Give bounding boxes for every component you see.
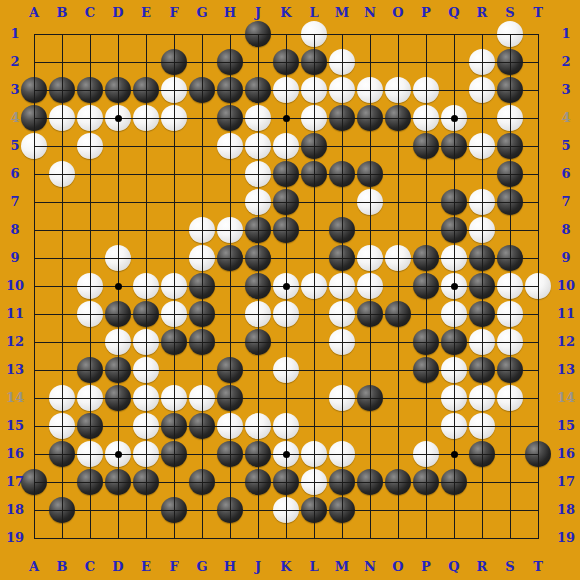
row-label-left: 10 <box>2 278 28 294</box>
row-label-left: 11 <box>2 306 28 322</box>
grid-line <box>538 34 539 539</box>
col-label-top: S <box>496 5 524 21</box>
row-label-left: 6 <box>2 166 28 182</box>
row-label-right: 1 <box>553 26 579 42</box>
col-label-top: B <box>48 5 76 21</box>
grid-line <box>482 34 483 539</box>
col-label-bottom: L <box>300 559 328 575</box>
star-point <box>115 283 122 290</box>
row-label-right: 15 <box>553 418 579 434</box>
star-point <box>283 283 290 290</box>
col-label-top: M <box>328 5 356 21</box>
col-label-top: J <box>244 5 272 21</box>
star-point <box>451 283 458 290</box>
row-label-right: 13 <box>553 362 579 378</box>
row-label-left: 8 <box>2 222 28 238</box>
col-label-bottom: R <box>468 559 496 575</box>
star-point <box>451 451 458 458</box>
row-label-right: 4 <box>553 110 579 126</box>
grid-line <box>34 370 539 371</box>
row-label-left: 3 <box>2 82 28 98</box>
col-label-bottom: E <box>132 559 160 575</box>
col-label-bottom: P <box>412 559 440 575</box>
star-point <box>283 115 290 122</box>
col-label-top: Q <box>440 5 468 21</box>
grid-line <box>370 34 371 539</box>
grid-line <box>34 314 539 315</box>
grid-line <box>34 538 539 539</box>
col-label-top: K <box>272 5 300 21</box>
col-label-bottom: H <box>216 559 244 575</box>
col-label-top: F <box>160 5 188 21</box>
row-label-right: 6 <box>553 166 579 182</box>
col-label-bottom: B <box>48 559 76 575</box>
row-label-right: 2 <box>553 54 579 70</box>
grid-line <box>398 34 399 539</box>
row-label-left: 19 <box>2 530 28 546</box>
col-label-top: O <box>384 5 412 21</box>
row-label-right: 16 <box>553 446 579 462</box>
col-label-bottom: A <box>20 559 48 575</box>
star-point <box>283 451 290 458</box>
col-label-top: C <box>76 5 104 21</box>
col-label-top: L <box>300 5 328 21</box>
col-label-top: D <box>104 5 132 21</box>
row-label-right: 18 <box>553 502 579 518</box>
row-label-right: 12 <box>553 334 579 350</box>
col-label-bottom: S <box>496 559 524 575</box>
col-label-top: R <box>468 5 496 21</box>
row-label-left: 12 <box>2 334 28 350</box>
grid-line <box>510 34 511 539</box>
row-label-right: 10 <box>553 278 579 294</box>
grid-line <box>426 34 427 539</box>
row-label-left: 1 <box>2 26 28 42</box>
row-label-left: 14 <box>2 390 28 406</box>
col-label-top: H <box>216 5 244 21</box>
row-label-left: 7 <box>2 194 28 210</box>
row-label-right: 5 <box>553 138 579 154</box>
row-label-left: 18 <box>2 502 28 518</box>
row-label-right: 7 <box>553 194 579 210</box>
col-label-bottom: O <box>384 559 412 575</box>
col-label-top: E <box>132 5 160 21</box>
grid-line <box>34 398 539 399</box>
grid-line <box>342 34 343 539</box>
grid-line <box>34 482 539 483</box>
col-label-bottom: G <box>188 559 216 575</box>
row-label-left: 2 <box>2 54 28 70</box>
row-label-left: 5 <box>2 138 28 154</box>
col-label-bottom: M <box>328 559 356 575</box>
col-label-bottom: K <box>272 559 300 575</box>
grid-line <box>34 510 539 511</box>
grid-line <box>314 34 315 539</box>
row-label-right: 8 <box>553 222 579 238</box>
row-label-left: 15 <box>2 418 28 434</box>
row-label-right: 17 <box>553 474 579 490</box>
row-label-left: 17 <box>2 474 28 490</box>
col-label-bottom: Q <box>440 559 468 575</box>
grid-line <box>34 426 539 427</box>
row-label-right: 14 <box>553 390 579 406</box>
grid-line <box>34 342 539 343</box>
row-label-left: 16 <box>2 446 28 462</box>
go-board-screenshot: AABBCCDDEEFFGGHHJJKKLLMMNNOOPPQQRRSSTT11… <box>0 0 580 580</box>
col-label-bottom: D <box>104 559 132 575</box>
star-point <box>115 451 122 458</box>
row-label-right: 3 <box>553 82 579 98</box>
row-label-left: 9 <box>2 250 28 266</box>
col-label-top: T <box>524 5 552 21</box>
row-label-right: 11 <box>553 306 579 322</box>
row-label-right: 19 <box>553 530 579 546</box>
col-label-top: G <box>188 5 216 21</box>
col-label-bottom: C <box>76 559 104 575</box>
row-label-right: 9 <box>553 250 579 266</box>
col-label-bottom: J <box>244 559 272 575</box>
col-label-top: A <box>20 5 48 21</box>
col-label-top: P <box>412 5 440 21</box>
col-label-bottom: F <box>160 559 188 575</box>
col-label-top: N <box>356 5 384 21</box>
col-label-bottom: N <box>356 559 384 575</box>
star-point <box>115 115 122 122</box>
row-label-left: 4 <box>2 110 28 126</box>
star-point <box>451 115 458 122</box>
col-label-bottom: T <box>524 559 552 575</box>
row-label-left: 13 <box>2 362 28 378</box>
